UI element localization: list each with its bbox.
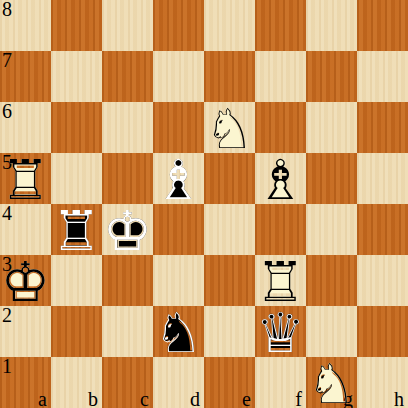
square-c1[interactable]: c [102,357,153,408]
square-g7[interactable] [306,51,357,102]
square-c3[interactable] [102,255,153,306]
square-b1[interactable]: b [51,357,102,408]
square-d5[interactable]: ♝♗ [153,153,204,204]
square-f5[interactable]: ♝♗ [255,153,306,204]
square-e4[interactable] [204,204,255,255]
square-e6[interactable]: ♞♘ [204,102,255,153]
square-e8[interactable] [204,0,255,51]
file-label-e: e [242,389,251,408]
black-knight-d2[interactable]: ♞♘ [153,306,204,357]
square-h8[interactable] [357,0,408,51]
square-f1[interactable]: f [255,357,306,408]
square-h5[interactable] [357,153,408,204]
square-a8[interactable]: 8 [0,0,51,51]
black-king-c4[interactable]: ♚♔ [102,204,153,255]
square-h6[interactable] [357,102,408,153]
square-f4[interactable] [255,204,306,255]
square-d2[interactable]: ♞♘ [153,306,204,357]
black-rook-b4[interactable]: ♜♖ [51,204,102,255]
square-h3[interactable] [357,255,408,306]
white-bishop-f5[interactable]: ♝♗ [255,153,306,204]
file-label-d: d [190,389,200,408]
square-a2[interactable]: 2 [0,306,51,357]
square-g8[interactable] [306,0,357,51]
square-d6[interactable] [153,102,204,153]
square-f6[interactable] [255,102,306,153]
square-e3[interactable] [204,255,255,306]
bishop-glyph-outline: ♗ [256,152,305,207]
bishop-glyph-outline: ♗ [154,152,203,207]
square-f7[interactable] [255,51,306,102]
square-d3[interactable] [153,255,204,306]
square-f8[interactable] [255,0,306,51]
square-h2[interactable] [357,306,408,357]
square-g2[interactable] [306,306,357,357]
square-a4[interactable]: 4 [0,204,51,255]
file-label-h: h [394,389,404,408]
square-d7[interactable] [153,51,204,102]
square-d4[interactable] [153,204,204,255]
knight-glyph-outline: ♘ [307,356,356,408]
square-a6[interactable]: 6 [0,102,51,153]
square-c6[interactable] [102,102,153,153]
square-g5[interactable] [306,153,357,204]
rook-glyph-outline: ♖ [1,152,50,207]
rank-label-1: 1 [2,356,12,377]
knight-glyph-outline: ♘ [205,101,254,156]
rank-label-7: 7 [2,50,12,71]
white-rook-f3[interactable]: ♜♖ [255,255,306,306]
file-label-f: f [295,389,302,408]
square-b8[interactable] [51,0,102,51]
square-g6[interactable] [306,102,357,153]
square-a3[interactable]: 3♚♔ [0,255,51,306]
king-glyph-outline: ♔ [1,254,50,309]
square-b3[interactable] [51,255,102,306]
knight-glyph-outline: ♘ [154,305,203,360]
square-b6[interactable] [51,102,102,153]
square-a5[interactable]: 5♜♖ [0,153,51,204]
file-label-a: a [38,389,47,408]
square-e5[interactable] [204,153,255,204]
square-e7[interactable] [204,51,255,102]
square-c4[interactable]: ♚♔ [102,204,153,255]
square-c5[interactable] [102,153,153,204]
white-rook-a5[interactable]: ♜♖ [0,153,51,204]
square-g3[interactable] [306,255,357,306]
rank-label-8: 8 [2,0,12,20]
square-h1[interactable]: h [357,357,408,408]
square-d8[interactable] [153,0,204,51]
square-b4[interactable]: ♜♖ [51,204,102,255]
square-g4[interactable] [306,204,357,255]
square-g1[interactable]: g♞♘ [306,357,357,408]
rook-glyph-outline: ♖ [52,203,101,258]
black-queen-f2[interactable]: ♛♕ [255,306,306,357]
square-a7[interactable]: 7 [0,51,51,102]
file-label-c: c [140,389,149,408]
square-f3[interactable]: ♜♖ [255,255,306,306]
file-label-b: b [88,389,98,408]
square-b7[interactable] [51,51,102,102]
square-e1[interactable]: e [204,357,255,408]
square-h7[interactable] [357,51,408,102]
king-glyph-outline: ♔ [103,203,152,258]
white-knight-e6[interactable]: ♞♘ [204,102,255,153]
square-c2[interactable] [102,306,153,357]
square-f2[interactable]: ♛♕ [255,306,306,357]
square-e2[interactable] [204,306,255,357]
square-b5[interactable] [51,153,102,204]
square-c7[interactable] [102,51,153,102]
square-c8[interactable] [102,0,153,51]
queen-glyph-outline: ♕ [256,305,305,360]
black-bishop-d5[interactable]: ♝♗ [153,153,204,204]
white-king-a3[interactable]: ♚♔ [0,255,51,306]
square-h4[interactable] [357,204,408,255]
square-b2[interactable] [51,306,102,357]
rank-label-6: 6 [2,101,12,122]
square-a1[interactable]: 1a [0,357,51,408]
white-knight-g1[interactable]: ♞♘ [306,357,357,408]
chess-board: 876♞♘5♜♖♝♗♝♗4♜♖♚♔3♚♔♜♖2♞♘♛♕1abcdefg♞♘h [0,0,408,408]
square-d1[interactable]: d [153,357,204,408]
